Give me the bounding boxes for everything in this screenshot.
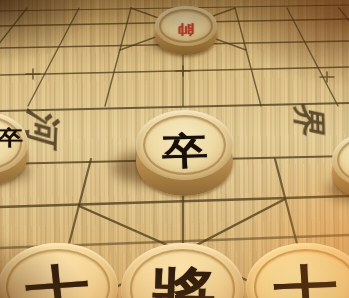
intersection-d2[interactable]	[97, 15, 157, 34]
black-piece-left-edge[interactable]: 卒	[0, 112, 28, 188]
black-advisor-left-piece[interactable]: 士	[0, 243, 118, 298]
piece-character: 卒	[161, 132, 209, 170]
piece-character: 士	[23, 261, 92, 298]
black-general-piece[interactable]: 將	[121, 243, 244, 298]
piece-right-edge[interactable]	[332, 133, 349, 201]
piece-character: 將	[148, 264, 216, 298]
black-soldier-piece[interactable]: 卒	[136, 110, 233, 196]
piece-character: 士	[272, 262, 339, 298]
intersection-d4[interactable]	[71, 57, 150, 88]
red-general-piece[interactable]: 帥	[155, 6, 217, 56]
piece-character: 帥	[178, 23, 195, 36]
intersection-d3[interactable]	[86, 34, 155, 58]
xiangqi-board-photo: 河 界 帥 卒 卒 士 將 士	[0, 0, 349, 298]
intersection-d1[interactable]	[106, 0, 160, 15]
black-advisor-right-piece[interactable]: 士	[246, 243, 349, 298]
piece-character: 卒	[0, 127, 23, 148]
intersection-f2[interactable]	[209, 15, 269, 34]
intersection-e4[interactable]	[146, 57, 221, 88]
intersection-c1[interactable]	[54, 0, 113, 15]
